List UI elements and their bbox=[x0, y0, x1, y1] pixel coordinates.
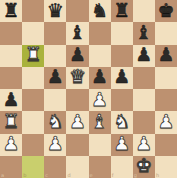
square-h8[interactable]: ♚ bbox=[155, 0, 177, 22]
black-pawn-piece[interactable]: ♟ bbox=[113, 67, 130, 86]
square-a4[interactable]: ♟ bbox=[0, 89, 22, 111]
square-b6[interactable]: ♜ bbox=[22, 45, 44, 67]
black-pawn-piece[interactable]: ♟ bbox=[135, 45, 152, 64]
white-rook-piece[interactable]: ♜ bbox=[25, 45, 42, 64]
square-h1[interactable]: h bbox=[155, 156, 177, 178]
black-queen-piece[interactable]: ♛ bbox=[47, 1, 64, 20]
white-pawn-piece[interactable]: ♟ bbox=[157, 112, 174, 131]
white-rook-piece[interactable]: ♜ bbox=[3, 112, 20, 131]
square-f1[interactable]: f bbox=[111, 156, 133, 178]
black-pawn-piece[interactable]: ♟ bbox=[91, 67, 108, 86]
square-f4[interactable] bbox=[111, 89, 133, 111]
square-a6[interactable] bbox=[0, 45, 22, 67]
black-rook-piece[interactable]: ♜ bbox=[3, 1, 20, 20]
square-b2[interactable] bbox=[22, 134, 44, 156]
white-knight-piece[interactable]: ♞ bbox=[113, 112, 130, 131]
white-king-piece[interactable]: ♚ bbox=[135, 156, 152, 175]
square-b7[interactable] bbox=[22, 22, 44, 44]
square-g8[interactable] bbox=[133, 0, 155, 22]
square-f6[interactable] bbox=[111, 45, 133, 67]
square-e1[interactable]: e bbox=[89, 156, 111, 178]
square-g4[interactable] bbox=[133, 89, 155, 111]
square-f2[interactable]: ♟ bbox=[111, 134, 133, 156]
square-h7[interactable] bbox=[155, 22, 177, 44]
square-g7[interactable]: ♝ bbox=[133, 22, 155, 44]
square-c5[interactable]: ♟ bbox=[44, 67, 66, 89]
square-g3[interactable] bbox=[133, 111, 155, 133]
black-knight-piece[interactable]: ♞ bbox=[91, 1, 108, 20]
square-c3[interactable]: ♞ bbox=[44, 111, 66, 133]
white-pawn-piece[interactable]: ♟ bbox=[69, 112, 86, 131]
square-e2[interactable] bbox=[89, 134, 111, 156]
square-e8[interactable]: ♞ bbox=[89, 0, 111, 22]
square-a7[interactable] bbox=[0, 22, 22, 44]
square-b4[interactable] bbox=[22, 89, 44, 111]
square-d8[interactable] bbox=[66, 0, 88, 22]
square-f5[interactable]: ♟ bbox=[111, 67, 133, 89]
white-pawn-piece[interactable]: ♟ bbox=[47, 134, 64, 153]
square-g5[interactable] bbox=[133, 67, 155, 89]
square-e4[interactable]: ♟ bbox=[89, 89, 111, 111]
square-a5[interactable] bbox=[0, 67, 22, 89]
white-knight-piece[interactable]: ♞ bbox=[47, 112, 64, 131]
file-coordinate-label: b bbox=[23, 172, 26, 178]
white-pawn-piece[interactable]: ♟ bbox=[3, 134, 20, 153]
square-f3[interactable]: ♞ bbox=[111, 111, 133, 133]
file-coordinate-label: f bbox=[112, 172, 114, 178]
square-b5[interactable] bbox=[22, 67, 44, 89]
square-a3[interactable]: ♜ bbox=[0, 111, 22, 133]
square-e3[interactable]: ♝ bbox=[89, 111, 111, 133]
black-pawn-piece[interactable]: ♟ bbox=[157, 45, 174, 64]
file-coordinate-label: h bbox=[156, 172, 159, 178]
square-c6[interactable] bbox=[44, 45, 66, 67]
square-d2[interactable] bbox=[66, 134, 88, 156]
file-coordinate-label: d bbox=[67, 172, 70, 178]
square-c1[interactable]: c bbox=[44, 156, 66, 178]
square-b8[interactable] bbox=[22, 0, 44, 22]
square-d4[interactable] bbox=[66, 89, 88, 111]
black-pawn-piece[interactable]: ♟ bbox=[3, 90, 20, 109]
square-f7[interactable] bbox=[111, 22, 133, 44]
square-h3[interactable]: ♟ bbox=[155, 111, 177, 133]
square-c8[interactable]: ♛ bbox=[44, 0, 66, 22]
square-c2[interactable]: ♟ bbox=[44, 134, 66, 156]
square-e5[interactable]: ♟ bbox=[89, 67, 111, 89]
file-coordinate-label: c bbox=[45, 172, 48, 178]
square-a2[interactable]: ♟ bbox=[0, 134, 22, 156]
square-h2[interactable] bbox=[155, 134, 177, 156]
white-pawn-piece[interactable]: ♟ bbox=[91, 90, 108, 109]
square-b1[interactable]: b bbox=[22, 156, 44, 178]
chess-board: ♜♛♞♜♚♝♝♜♟♟♟♟♛♟♟♟♟♜♞♟♝♞♟♟♟♟♟abcdef♚gh bbox=[0, 0, 177, 178]
square-d1[interactable]: d bbox=[66, 156, 88, 178]
square-f8[interactable]: ♜ bbox=[111, 0, 133, 22]
square-c4[interactable] bbox=[44, 89, 66, 111]
square-g2[interactable]: ♟ bbox=[133, 134, 155, 156]
black-pawn-piece[interactable]: ♟ bbox=[69, 45, 86, 64]
white-queen-piece[interactable]: ♛ bbox=[69, 67, 86, 86]
black-bishop-piece[interactable]: ♝ bbox=[69, 23, 86, 42]
square-d5[interactable]: ♛ bbox=[66, 67, 88, 89]
square-e6[interactable] bbox=[89, 45, 111, 67]
white-bishop-piece[interactable]: ♝ bbox=[91, 112, 108, 131]
black-pawn-piece[interactable]: ♟ bbox=[47, 67, 64, 86]
chess-board-wrap: ♜♛♞♜♚♝♝♜♟♟♟♟♛♟♟♟♟♜♞♟♝♞♟♟♟♟♟abcdef♚gh bbox=[0, 0, 177, 178]
square-h4[interactable] bbox=[155, 89, 177, 111]
file-coordinate-label: a bbox=[1, 172, 4, 178]
square-c7[interactable] bbox=[44, 22, 66, 44]
square-h6[interactable]: ♟ bbox=[155, 45, 177, 67]
file-coordinate-label: e bbox=[90, 172, 93, 178]
black-king-piece[interactable]: ♚ bbox=[157, 1, 174, 20]
square-g6[interactable]: ♟ bbox=[133, 45, 155, 67]
square-d7[interactable]: ♝ bbox=[66, 22, 88, 44]
square-b3[interactable] bbox=[22, 111, 44, 133]
square-h5[interactable] bbox=[155, 67, 177, 89]
square-g1[interactable]: ♚g bbox=[133, 156, 155, 178]
square-d3[interactable]: ♟ bbox=[66, 111, 88, 133]
square-a1[interactable]: a bbox=[0, 156, 22, 178]
square-e7[interactable] bbox=[89, 22, 111, 44]
black-bishop-piece[interactable]: ♝ bbox=[135, 23, 152, 42]
white-pawn-piece[interactable]: ♟ bbox=[135, 134, 152, 153]
black-rook-piece[interactable]: ♜ bbox=[113, 1, 130, 20]
square-a8[interactable]: ♜ bbox=[0, 0, 22, 22]
white-pawn-piece[interactable]: ♟ bbox=[113, 134, 130, 153]
square-d6[interactable]: ♟ bbox=[66, 45, 88, 67]
